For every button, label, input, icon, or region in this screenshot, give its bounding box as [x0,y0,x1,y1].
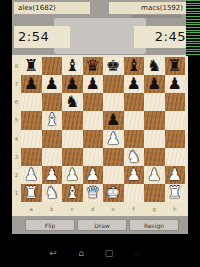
rank-label-4: 4 [12,130,21,148]
debug-overlay [186,0,200,56]
player-left-name: alex(1682) [14,2,90,14]
piece-white-pawn: ♟ [127,166,141,182]
piece-black-knight: ♞ [65,94,79,110]
draw-button[interactable]: Draw [77,219,127,231]
square-b7[interactable]: ♟ [42,75,63,93]
resign-button[interactable]: Resign [129,219,179,231]
square-e1[interactable]: ♚ [103,184,124,202]
piece-black-pawn: ♟ [168,76,182,92]
square-d4[interactable] [83,130,104,148]
square-c4[interactable] [62,130,83,148]
chess-board: 87654321 abcdefgh ♜♝♛♚♝♞♜♟♟♟♟♟♟♟♞♝♟♟♞♟♟♟… [12,55,188,216]
square-c8[interactable]: ♝ [62,57,83,75]
square-a4[interactable] [21,130,42,148]
piece-white-pawn: ♟ [65,166,79,182]
piece-black-queen: ♛ [86,58,100,74]
square-b2[interactable]: ♟ [42,166,63,184]
file-label-d: d [83,203,104,214]
back-icon[interactable]: ↩ [45,246,61,260]
square-h4[interactable] [165,130,186,148]
square-f5[interactable] [124,111,145,129]
square-f4[interactable] [124,130,145,148]
flip-button[interactable]: Flip [25,219,75,231]
rank-label-7: 7 [12,75,21,93]
square-h1[interactable]: ♜ [165,184,186,202]
file-label-e: e [103,203,124,214]
square-a8[interactable]: ♜ [21,57,42,75]
piece-white-rook: ♜ [24,184,38,200]
square-g8[interactable]: ♞ [144,57,165,75]
square-h8[interactable]: ♜ [165,57,186,75]
square-c2[interactable]: ♟ [62,166,83,184]
square-b5[interactable]: ♝ [42,111,63,129]
piece-black-pawn: ♟ [45,76,59,92]
piece-black-bishop: ♝ [65,58,79,74]
player-left-clock: 2:54 [14,26,70,48]
piece-black-pawn: ♟ [86,76,100,92]
piece-black-pawn: ♟ [106,112,120,128]
piece-white-knight: ♞ [127,148,141,164]
piece-black-bishop: ♝ [127,58,141,74]
square-c3[interactable] [62,148,83,166]
square-b8[interactable] [42,57,63,75]
rank-label-6: 6 [12,93,21,111]
piece-black-pawn: ♟ [147,76,161,92]
piece-white-bishop: ♝ [65,184,79,200]
file-label-h: h [165,203,186,214]
file-labels: abcdefgh [21,203,185,214]
square-f7[interactable]: ♟ [124,75,145,93]
square-e5[interactable]: ♟ [103,111,124,129]
square-e8[interactable]: ♚ [103,57,124,75]
recents-icon[interactable]: ▢ [101,246,117,260]
android-nav-bar: ↩ ⌂ ▢ ∴ [45,246,145,260]
square-f1[interactable] [124,184,145,202]
square-b1[interactable]: ♞ [42,184,63,202]
square-b6[interactable] [42,93,63,111]
rank-label-1: 1 [12,184,21,202]
file-label-a: a [21,203,42,214]
square-h2[interactable]: ♟ [165,166,186,184]
square-d8[interactable]: ♛ [83,57,104,75]
square-d1[interactable]: ♛ [83,184,104,202]
square-d7[interactable]: ♟ [83,75,104,93]
square-e6[interactable] [103,93,124,111]
square-e7[interactable] [103,75,124,93]
square-e4[interactable]: ♟ [103,130,124,148]
piece-white-rook: ♜ [168,184,182,200]
piece-black-pawn: ♟ [24,76,38,92]
board-squares: ♜♝♛♚♝♞♜♟♟♟♟♟♟♟♞♝♟♟♞♟♟♟♟♟♟♟♜♞♝♛♚♜ [21,57,185,202]
square-c7[interactable]: ♟ [62,75,83,93]
square-a6[interactable] [21,93,42,111]
square-h5[interactable] [165,111,186,129]
rank-label-2: 2 [12,166,21,184]
square-h3[interactable] [165,148,186,166]
home-icon[interactable]: ⌂ [73,246,89,260]
piece-white-pawn: ♟ [24,166,38,182]
square-g6[interactable] [144,93,165,111]
square-h6[interactable] [165,93,186,111]
square-c1[interactable]: ♝ [62,184,83,202]
piece-black-rook: ♜ [168,58,182,74]
square-g5[interactable] [144,111,165,129]
file-label-g: g [144,203,165,214]
square-g4[interactable] [144,130,165,148]
square-a7[interactable]: ♟ [21,75,42,93]
square-b4[interactable] [42,130,63,148]
square-f6[interactable] [124,93,145,111]
piece-white-pawn: ♟ [168,166,182,182]
rank-labels: 87654321 [12,57,21,202]
piece-black-pawn: ♟ [127,76,141,92]
square-c6[interactable]: ♞ [62,93,83,111]
square-d5[interactable] [83,111,104,129]
square-g2[interactable]: ♟ [144,166,165,184]
square-g3[interactable] [144,148,165,166]
piece-white-pawn: ♟ [86,166,100,182]
square-a3[interactable] [21,148,42,166]
piece-black-rook: ♜ [24,58,38,74]
rank-label-5: 5 [12,111,21,129]
square-c5[interactable] [62,111,83,129]
square-f3[interactable]: ♞ [124,148,145,166]
rank-label-3: 3 [12,148,21,166]
square-a2[interactable]: ♟ [21,166,42,184]
piece-white-queen: ♛ [86,184,100,200]
piece-white-bishop: ♝ [45,112,59,128]
square-e2[interactable] [103,166,124,184]
piece-black-knight: ♞ [147,58,161,74]
menu-dots-icon[interactable]: ∴ [129,246,145,260]
square-d2[interactable]: ♟ [83,166,104,184]
file-label-c: c [62,203,83,214]
piece-black-pawn: ♟ [65,76,79,92]
rank-label-8: 8 [12,57,21,75]
file-label-b: b [42,203,63,214]
square-a1[interactable]: ♜ [21,184,42,202]
square-a5[interactable] [21,111,42,129]
piece-white-pawn: ♟ [45,166,59,182]
square-e3[interactable] [103,148,124,166]
square-d3[interactable] [83,148,104,166]
piece-black-king: ♚ [106,58,120,74]
file-label-f: f [124,203,145,214]
square-f2[interactable]: ♟ [124,166,145,184]
piece-white-pawn: ♟ [106,130,120,146]
piece-white-king: ♚ [106,184,120,200]
square-b3[interactable] [42,148,63,166]
square-h7[interactable]: ♟ [165,75,186,93]
player-right-clock: 2:45 [134,26,190,48]
square-g7[interactable]: ♟ [144,75,165,93]
piece-white-knight: ♞ [45,184,59,200]
piece-white-pawn: ♟ [147,166,161,182]
square-f8[interactable]: ♝ [124,57,145,75]
player-right-name: macs(1592) [109,2,186,14]
square-g1[interactable] [144,184,165,202]
square-d6[interactable] [83,93,104,111]
action-button-row: Flip Draw Resign [25,219,183,231]
chess-app: alex(1682) macs(1592) 2:54 2:45 87654321… [12,0,188,234]
